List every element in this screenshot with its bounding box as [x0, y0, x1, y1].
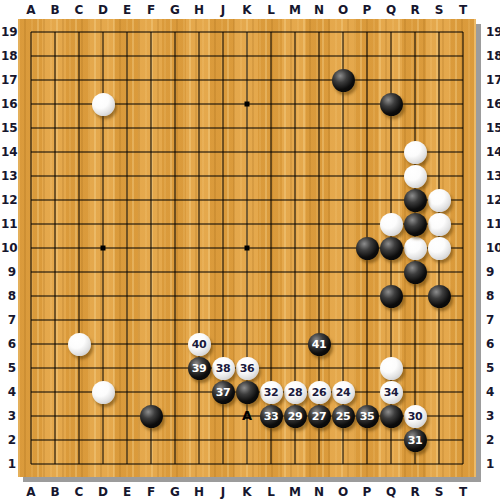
star-point-K16 — [245, 102, 250, 107]
coord-label-right-13: 13 — [486, 168, 500, 184]
coord-label-bottom-K: K — [237, 484, 257, 500]
coord-label-bottom-S: S — [429, 484, 449, 500]
coord-label-right-5: 5 — [486, 360, 500, 376]
coord-label-top-N: N — [309, 2, 329, 18]
stone-white-R3: 30 — [404, 405, 427, 428]
coord-label-top-K: K — [237, 2, 257, 18]
stone-white-S10 — [428, 237, 451, 260]
stone-white-R10 — [404, 237, 427, 260]
coord-label-right-7: 7 — [486, 312, 500, 328]
stone-white-M4: 28 — [284, 381, 307, 404]
stone-white-J5: 38 — [212, 357, 235, 380]
coord-label-left-3: 3 — [1, 408, 16, 424]
stone-black-Q3 — [380, 405, 403, 428]
coord-label-left-14: 14 — [1, 144, 16, 160]
coord-label-bottom-C: C — [69, 484, 89, 500]
coord-label-bottom-J: J — [213, 484, 233, 500]
coord-label-left-5: 5 — [1, 360, 16, 376]
stone-black-O17 — [332, 69, 355, 92]
stone-white-R14 — [404, 141, 427, 164]
coord-label-top-S: S — [429, 2, 449, 18]
coord-label-top-M: M — [285, 2, 305, 18]
coord-label-top-J: J — [213, 2, 233, 18]
stone-black-F3 — [140, 405, 163, 428]
stone-black-Q10 — [380, 237, 403, 260]
coord-label-top-C: C — [69, 2, 89, 18]
coord-label-right-3: 3 — [486, 408, 500, 424]
stone-white-K5: 36 — [236, 357, 259, 380]
coord-label-bottom-L: L — [261, 484, 281, 500]
stone-black-M3: 29 — [284, 405, 307, 428]
coord-label-left-16: 16 — [1, 96, 16, 112]
coord-label-right-1: 1 — [486, 456, 500, 472]
stone-white-D4 — [92, 381, 115, 404]
coord-label-left-11: 11 — [1, 216, 16, 232]
stone-white-S11 — [428, 213, 451, 236]
stone-white-N4: 26 — [308, 381, 331, 404]
coord-label-bottom-R: R — [405, 484, 425, 500]
coord-label-bottom-G: G — [165, 484, 185, 500]
stone-black-H5: 39 — [188, 357, 211, 380]
coord-label-left-17: 17 — [1, 72, 16, 88]
coord-label-bottom-A: A — [21, 484, 41, 500]
coord-label-left-18: 18 — [1, 48, 16, 64]
coord-label-bottom-D: D — [93, 484, 113, 500]
stone-black-N3: 27 — [308, 405, 331, 428]
stone-black-K4 — [236, 381, 259, 404]
coord-label-bottom-H: H — [189, 484, 209, 500]
coord-label-bottom-T: T — [453, 484, 473, 500]
coord-label-right-14: 14 — [486, 144, 500, 160]
coord-label-left-8: 8 — [1, 288, 16, 304]
stone-white-L4: 32 — [260, 381, 283, 404]
coord-label-right-15: 15 — [486, 120, 500, 136]
coord-label-left-4: 4 — [1, 384, 16, 400]
coord-label-bottom-B: B — [45, 484, 65, 500]
coord-label-bottom-E: E — [117, 484, 137, 500]
coord-label-top-E: E — [117, 2, 137, 18]
coord-label-bottom-O: O — [333, 484, 353, 500]
stone-white-H6: 40 — [188, 333, 211, 356]
coord-label-left-19: 19 — [1, 24, 16, 40]
coord-label-right-19: 19 — [486, 24, 500, 40]
coord-label-left-6: 6 — [1, 336, 16, 352]
stone-black-O3: 25 — [332, 405, 355, 428]
coord-label-top-H: H — [189, 2, 209, 18]
star-point-K10 — [245, 246, 250, 251]
stone-black-Q8 — [380, 285, 403, 308]
stone-black-R9 — [404, 261, 427, 284]
coord-label-right-9: 9 — [486, 264, 500, 280]
coord-label-bottom-M: M — [285, 484, 305, 500]
stone-white-Q4: 34 — [380, 381, 403, 404]
stone-black-J4: 37 — [212, 381, 235, 404]
coord-label-left-13: 13 — [1, 168, 16, 184]
coord-label-bottom-F: F — [141, 484, 161, 500]
coord-label-top-L: L — [261, 2, 281, 18]
stone-black-R2: 31 — [404, 429, 427, 452]
coord-label-top-O: O — [333, 2, 353, 18]
star-point-D10 — [101, 246, 106, 251]
stone-white-D16 — [92, 93, 115, 116]
stone-white-C6 — [68, 333, 91, 356]
coord-label-right-10: 10 — [486, 240, 500, 256]
stone-black-L3: 33 — [260, 405, 283, 428]
coord-label-left-2: 2 — [1, 432, 16, 448]
coord-label-bottom-Q: Q — [381, 484, 401, 500]
stone-black-P3: 35 — [356, 405, 379, 428]
coord-label-top-R: R — [405, 2, 425, 18]
coord-label-right-17: 17 — [486, 72, 500, 88]
coord-label-left-15: 15 — [1, 120, 16, 136]
stone-white-O4: 24 — [332, 381, 355, 404]
coord-label-top-D: D — [93, 2, 113, 18]
coord-label-top-Q: Q — [381, 2, 401, 18]
coord-label-left-12: 12 — [1, 192, 16, 208]
coord-label-left-9: 9 — [1, 264, 16, 280]
stone-black-Q16 — [380, 93, 403, 116]
stone-black-P10 — [356, 237, 379, 260]
stone-white-S12 — [428, 189, 451, 212]
coord-label-top-A: A — [21, 2, 41, 18]
coord-label-left-10: 10 — [1, 240, 16, 256]
coord-label-left-7: 7 — [1, 312, 16, 328]
coord-label-right-18: 18 — [486, 48, 500, 64]
go-board[interactable]: 242628303234363840252729313335373941A — [18, 19, 476, 477]
coord-label-right-4: 4 — [486, 384, 500, 400]
coord-label-right-2: 2 — [486, 432, 500, 448]
coord-label-right-12: 12 — [486, 192, 500, 208]
stone-white-Q11 — [380, 213, 403, 236]
coord-label-right-6: 6 — [486, 336, 500, 352]
stone-black-R12 — [404, 189, 427, 212]
coord-label-right-8: 8 — [486, 288, 500, 304]
coord-label-top-P: P — [357, 2, 377, 18]
coord-label-bottom-P: P — [357, 484, 377, 500]
coord-label-top-B: B — [45, 2, 65, 18]
stone-white-R13 — [404, 165, 427, 188]
coord-label-right-16: 16 — [486, 96, 500, 112]
coord-label-bottom-N: N — [309, 484, 329, 500]
stone-white-Q5 — [380, 357, 403, 380]
stone-black-N6: 41 — [308, 333, 331, 356]
stone-black-R11 — [404, 213, 427, 236]
coord-label-right-11: 11 — [486, 216, 500, 232]
coord-label-top-T: T — [453, 2, 473, 18]
coord-label-top-F: F — [141, 2, 161, 18]
marker-A-K3: A — [237, 408, 257, 424]
go-diagram: 242628303234363840252729313335373941A AA… — [0, 0, 500, 500]
coord-label-top-G: G — [165, 2, 185, 18]
stone-black-S8 — [428, 285, 451, 308]
coord-label-left-1: 1 — [1, 456, 16, 472]
